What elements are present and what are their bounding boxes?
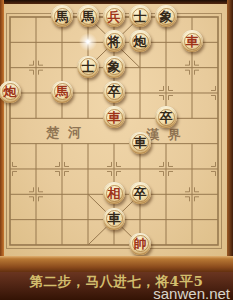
board-frame-top [0,0,233,4]
piece-black-chariot[interactable]: 車 [129,132,151,154]
piece-black-horse[interactable]: 馬 [51,5,73,27]
piece-glyph: 象 [108,60,121,73]
piece-black-advisor[interactable]: 士 [129,5,151,27]
board-frame-bottom [0,256,233,272]
piece-glyph: 帥 [134,237,147,250]
watermark-sanwen: sanwen.net [153,285,230,300]
piece-glyph: 馬 [56,85,69,98]
board-frame-right [227,0,233,256]
piece-glyph: 車 [134,136,147,149]
xiangqi-board[interactable]: 楚河 漢界 馬馬兵士象将炮車士象炮馬卒車卒車相卒車帥 ✦ [0,0,233,256]
piece-glyph: 士 [134,9,147,22]
piece-red-general[interactable]: 帥 [129,233,151,255]
piece-glyph: 炮 [4,85,17,98]
caption-banner: 第二步，马八进七，将4平5 sanwen.net [0,272,233,300]
piece-black-elephant[interactable]: 象 [103,56,125,78]
piece-black-soldier[interactable]: 卒 [103,81,125,103]
piece-glyph: 馬 [56,9,69,22]
piece-glyph: 車 [186,34,199,47]
piece-red-soldier[interactable]: 兵 [103,5,125,27]
piece-black-elephant[interactable]: 象 [155,5,177,27]
river-label-han-jie: 漢界 [146,126,190,144]
piece-glyph: 炮 [134,34,147,47]
board-frame-left [0,0,4,256]
piece-glyph: 卒 [160,110,173,123]
piece-glyph: 馬 [82,9,95,22]
piece-glyph: 卒 [108,85,121,98]
xiangqi-app-screenshot: 楚河 漢界 馬馬兵士象将炮車士象炮馬卒車卒車相卒車帥 ✦ 第二步，马八进七，将4… [0,0,233,300]
piece-red-cannon[interactable]: 炮 [0,81,21,103]
piece-glyph: 将 [108,34,121,47]
piece-black-advisor[interactable]: 士 [77,56,99,78]
piece-glyph: 卒 [134,186,147,199]
river-label-chu-he: 楚河 [46,124,90,142]
piece-glyph: 象 [160,9,173,22]
piece-red-horse[interactable]: 馬 [51,81,73,103]
piece-glyph: 士 [82,60,95,73]
piece-black-chariot[interactable]: 車 [103,208,125,230]
piece-black-horse[interactable]: 馬 [77,5,99,27]
piece-glyph: 相 [108,186,121,199]
piece-glyph: 車 [108,212,121,225]
piece-glyph: 兵 [108,9,121,22]
piece-glyph: 車 [108,110,121,123]
